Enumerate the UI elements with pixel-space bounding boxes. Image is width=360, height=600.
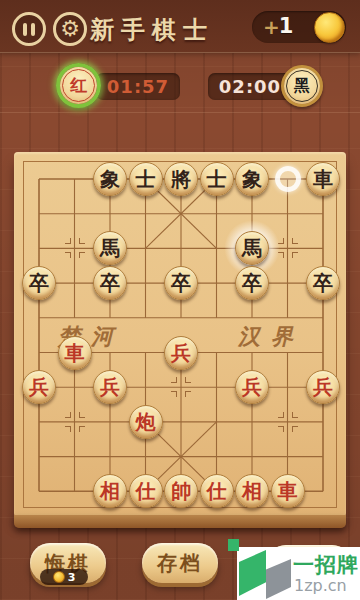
piece-red-C[interactable]: 炮 [129, 405, 163, 439]
point-marker [65, 238, 71, 244]
black-player-badge: 黑 [281, 65, 323, 107]
point-marker [292, 426, 298, 432]
watermark-domain: 1zp.cn [294, 576, 347, 595]
piece-black-a[interactable]: 士 [200, 162, 234, 196]
save-button[interactable]: 存档 [142, 543, 218, 583]
last-move-origin-marker [275, 166, 301, 192]
piece-black-p[interactable]: 卒 [22, 266, 56, 300]
point-marker [292, 252, 298, 258]
piece-red-P[interactable]: 兵 [164, 336, 198, 370]
point-marker [65, 412, 71, 418]
piece-black-b[interactable]: 象 [235, 162, 269, 196]
coin-icon [53, 571, 65, 583]
piece-black-a[interactable]: 士 [129, 162, 163, 196]
piece-black-r[interactable]: 車 [306, 162, 340, 196]
divider [0, 112, 360, 113]
point-marker [79, 412, 85, 418]
point-marker [65, 252, 71, 258]
point-marker [292, 412, 298, 418]
point-marker [79, 238, 85, 244]
point-marker [65, 426, 71, 432]
undo-cost: 3 [68, 572, 76, 583]
pause-button[interactable] [12, 12, 46, 46]
piece-red-P[interactable]: 兵 [93, 370, 127, 404]
settings-button[interactable]: ⚙ [53, 12, 87, 46]
watermark-logo-icon-back [266, 559, 291, 599]
river-label-right: 汉界 [238, 322, 304, 352]
point-marker [292, 238, 298, 244]
piece-red-P[interactable]: 兵 [22, 370, 56, 404]
piece-red-P[interactable]: 兵 [306, 370, 340, 404]
piece-black-k[interactable]: 將 [164, 162, 198, 196]
piece-red-R[interactable]: 車 [58, 336, 92, 370]
red-player-badge: 红 [56, 63, 101, 108]
point-marker [278, 412, 284, 418]
undo-cost-badge: 3 [40, 569, 88, 585]
page-title: 新手棋士 [90, 14, 214, 46]
xiangqi-board[interactable]: 楚河 汉界 象士將士象車馬馬卒卒卒卒卒車兵兵兵兵兵炮相仕帥仕相車 [14, 152, 346, 517]
black-timer: 02:00 [208, 73, 292, 100]
pause-icon [23, 23, 27, 36]
piece-black-b[interactable]: 象 [93, 162, 127, 196]
coin-count: 1 [252, 14, 320, 38]
piece-red-A[interactable]: 仕 [129, 474, 163, 508]
coin-counter[interactable]: + 1 [252, 11, 346, 43]
watermark-tab [228, 539, 239, 551]
piece-red-R[interactable]: 車 [271, 474, 305, 508]
point-marker [79, 426, 85, 432]
piece-black-p[interactable]: 卒 [93, 266, 127, 300]
watermark-logo-icon [239, 550, 266, 596]
point-marker [171, 377, 177, 383]
red-piece-label: 红 [60, 67, 97, 104]
red-timer: 01:57 [96, 73, 180, 100]
piece-red-A[interactable]: 仕 [200, 474, 234, 508]
coin-icon [314, 12, 345, 43]
gear-icon: ⚙ [60, 18, 80, 40]
point-marker [185, 391, 191, 397]
point-marker [79, 252, 85, 258]
piece-black-p[interactable]: 卒 [306, 266, 340, 300]
watermark: 一招牌 1zp.cn [237, 547, 360, 600]
watermark-brand: 一招牌 [293, 551, 359, 579]
point-marker [278, 426, 284, 432]
piece-red-P[interactable]: 兵 [235, 370, 269, 404]
point-marker [185, 377, 191, 383]
top-bar: ⚙ 新手棋士 + 1 [0, 0, 360, 53]
piece-black-p[interactable]: 卒 [164, 266, 198, 300]
piece-black-p[interactable]: 卒 [235, 266, 269, 300]
point-marker [171, 391, 177, 397]
black-piece-label: 黑 [284, 68, 320, 104]
board-bottom-rim [14, 515, 346, 528]
